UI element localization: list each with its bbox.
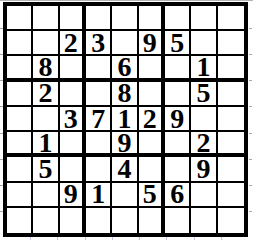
cell-r1c9[interactable] bbox=[218, 6, 244, 31]
cell-r8c7[interactable]: 6 bbox=[165, 183, 191, 208]
cell-r4c7[interactable] bbox=[165, 82, 191, 107]
spreadsheet-gridline-tick bbox=[249, 28, 252, 29]
cell-r9c7[interactable] bbox=[165, 208, 191, 233]
cell-r4c5[interactable]: 8 bbox=[112, 82, 138, 107]
cell-r2c5[interactable] bbox=[112, 31, 138, 56]
cell-r2c1[interactable] bbox=[7, 31, 33, 56]
cell-r8c5[interactable] bbox=[112, 183, 138, 208]
cell-r7c2[interactable]: 5 bbox=[33, 157, 59, 182]
cell-r5c8[interactable] bbox=[191, 107, 217, 132]
cell-r5c2[interactable] bbox=[33, 107, 59, 132]
cell-r2c8[interactable] bbox=[191, 31, 217, 56]
cell-r7c8[interactable]: 9 bbox=[191, 157, 217, 182]
cell-r6c9[interactable] bbox=[218, 132, 244, 157]
cell-r5c5[interactable]: 1 bbox=[112, 107, 138, 132]
cell-r9c4[interactable] bbox=[86, 208, 112, 233]
cell-r3c3[interactable] bbox=[60, 56, 86, 81]
cell-r6c1[interactable] bbox=[7, 132, 33, 157]
spreadsheet-gridline-tick bbox=[249, 211, 252, 212]
spreadsheet-gridline-tick bbox=[249, 54, 252, 55]
cell-r6c7[interactable] bbox=[165, 132, 191, 157]
cell-r7c6[interactable] bbox=[139, 157, 165, 182]
cell-r2c2[interactable] bbox=[33, 31, 59, 56]
cell-r8c9[interactable] bbox=[218, 183, 244, 208]
cell-r3c5[interactable]: 6 bbox=[112, 56, 138, 81]
cell-r9c2[interactable] bbox=[33, 208, 59, 233]
spreadsheet-gridline-tick bbox=[249, 106, 252, 107]
cell-r1c5[interactable] bbox=[112, 6, 138, 31]
cell-r2c7[interactable]: 5 bbox=[165, 31, 191, 56]
cell-r3c1[interactable] bbox=[7, 56, 33, 81]
cell-r2c4[interactable]: 3 bbox=[86, 31, 112, 56]
sudoku-screenshot: 2395861285371291925499156 bbox=[0, 0, 253, 240]
cell-r4c6[interactable] bbox=[139, 82, 165, 107]
cell-r4c9[interactable] bbox=[218, 82, 244, 107]
spreadsheet-gridline-tick bbox=[0, 54, 3, 55]
cell-r1c4[interactable] bbox=[86, 6, 112, 31]
cell-r5c1[interactable] bbox=[7, 107, 33, 132]
cell-r6c5[interactable]: 9 bbox=[112, 132, 138, 157]
cell-r2c9[interactable] bbox=[218, 31, 244, 56]
cell-r8c3[interactable]: 9 bbox=[60, 183, 86, 208]
cell-r4c8[interactable]: 5 bbox=[191, 82, 217, 107]
cell-r9c1[interactable] bbox=[7, 208, 33, 233]
cell-r9c6[interactable] bbox=[139, 208, 165, 233]
spreadsheet-gridline-tick bbox=[249, 80, 252, 81]
spreadsheet-gridline-tick bbox=[0, 106, 3, 107]
sudoku-board: 2395861285371291925499156 bbox=[3, 2, 248, 237]
spreadsheet-gridline-tick bbox=[0, 185, 3, 186]
cell-r4c1[interactable] bbox=[7, 82, 33, 107]
cell-r8c6[interactable]: 5 bbox=[139, 183, 165, 208]
spreadsheet-gridline-tick bbox=[249, 133, 252, 134]
spreadsheet-gridline-tick bbox=[0, 159, 3, 160]
cell-r3c2[interactable]: 8 bbox=[33, 56, 59, 81]
cell-r3c4[interactable] bbox=[86, 56, 112, 81]
spreadsheet-gridline-tick bbox=[249, 185, 252, 186]
cell-r6c3[interactable] bbox=[60, 132, 86, 157]
cell-r2c3[interactable]: 2 bbox=[60, 31, 86, 56]
cell-r5c7[interactable]: 9 bbox=[165, 107, 191, 132]
cell-r8c8[interactable] bbox=[191, 183, 217, 208]
cell-r9c8[interactable] bbox=[191, 208, 217, 233]
cell-r5c4[interactable]: 7 bbox=[86, 107, 112, 132]
cell-r3c6[interactable] bbox=[139, 56, 165, 81]
cell-r1c2[interactable] bbox=[33, 6, 59, 31]
spreadsheet-gridline-tick bbox=[0, 28, 3, 29]
cell-r7c5[interactable]: 4 bbox=[112, 157, 138, 182]
cell-r1c7[interactable] bbox=[165, 6, 191, 31]
cell-r1c1[interactable] bbox=[7, 6, 33, 31]
cell-r3c8[interactable]: 1 bbox=[191, 56, 217, 81]
cell-r9c9[interactable] bbox=[218, 208, 244, 233]
spreadsheet-gridline-tick bbox=[0, 211, 3, 212]
cell-r8c1[interactable] bbox=[7, 183, 33, 208]
cell-r7c1[interactable] bbox=[7, 157, 33, 182]
cell-r4c3[interactable] bbox=[60, 82, 86, 107]
cell-r6c6[interactable] bbox=[139, 132, 165, 157]
cell-r1c8[interactable] bbox=[191, 6, 217, 31]
cell-r2c6[interactable]: 9 bbox=[139, 31, 165, 56]
spreadsheet-gridline-tick bbox=[0, 80, 3, 81]
spreadsheet-gridline bbox=[0, 0, 253, 1]
cell-r8c2[interactable] bbox=[33, 183, 59, 208]
cell-r4c2[interactable]: 2 bbox=[33, 82, 59, 107]
cell-r4c4[interactable] bbox=[86, 82, 112, 107]
spreadsheet-gridline-tick bbox=[249, 159, 252, 160]
cell-r6c2[interactable]: 1 bbox=[33, 132, 59, 157]
cell-r7c3[interactable] bbox=[60, 157, 86, 182]
cell-r3c9[interactable] bbox=[218, 56, 244, 81]
cell-r1c6[interactable] bbox=[139, 6, 165, 31]
cell-r5c9[interactable] bbox=[218, 107, 244, 132]
cell-r7c7[interactable] bbox=[165, 157, 191, 182]
cell-r5c6[interactable]: 2 bbox=[139, 107, 165, 132]
cell-r9c3[interactable] bbox=[60, 208, 86, 233]
spreadsheet-gridline-tick bbox=[0, 133, 3, 134]
cell-r6c4[interactable] bbox=[86, 132, 112, 157]
cell-r7c4[interactable] bbox=[86, 157, 112, 182]
cell-r9c5[interactable] bbox=[112, 208, 138, 233]
cell-r5c3[interactable]: 3 bbox=[60, 107, 86, 132]
cell-r1c3[interactable] bbox=[60, 6, 86, 31]
cell-r6c8[interactable]: 2 bbox=[191, 132, 217, 157]
cell-r3c7[interactable] bbox=[165, 56, 191, 81]
cell-r7c9[interactable] bbox=[218, 157, 244, 182]
cell-r8c4[interactable]: 1 bbox=[86, 183, 112, 208]
